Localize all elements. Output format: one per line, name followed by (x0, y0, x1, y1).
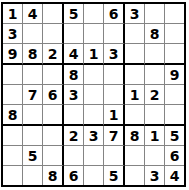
cell-r2c9[interactable] (165, 24, 184, 44)
cell-r8c1[interactable] (3, 146, 23, 166)
cell-r8c8[interactable] (145, 146, 165, 166)
cell-r6c2[interactable] (23, 105, 43, 126)
cell-r7c9: 5 (165, 126, 184, 146)
cell-r6c8[interactable] (145, 105, 165, 126)
sudoku-page: 14563389824138976312812378155686534 (0, 0, 189, 187)
cell-r7c7: 8 (125, 126, 145, 146)
cell-r6c9[interactable] (165, 105, 184, 126)
cell-r1c3[interactable] (43, 4, 64, 24)
cell-r9c8: 3 (145, 166, 165, 185)
cell-r7c8: 1 (145, 126, 165, 146)
cell-r7c4: 2 (64, 126, 84, 146)
cell-r6c3[interactable] (43, 105, 64, 126)
cell-r9c4: 6 (64, 166, 84, 185)
cell-r3c3: 2 (43, 44, 64, 65)
cell-r4c4: 8 (64, 65, 84, 85)
cell-r2c1: 3 (3, 24, 23, 44)
cell-r3c8[interactable] (145, 44, 165, 65)
cell-r6c5[interactable] (84, 105, 104, 126)
cell-r8c7[interactable] (125, 146, 145, 166)
cell-r3c1: 9 (3, 44, 23, 65)
cell-r3c7[interactable] (125, 44, 145, 65)
cell-r4c2[interactable] (23, 65, 43, 85)
cell-r9c9: 4 (165, 166, 184, 185)
cell-r1c6: 6 (104, 4, 125, 24)
cell-r4c7[interactable] (125, 65, 145, 85)
cell-r9c3: 8 (43, 166, 64, 185)
cell-r5c8: 2 (145, 85, 165, 105)
cell-r7c3[interactable] (43, 126, 64, 146)
cell-r9c6: 5 (104, 166, 125, 185)
cell-r7c6: 7 (104, 126, 125, 146)
cell-r8c3[interactable] (43, 146, 64, 166)
cell-r1c7: 3 (125, 4, 145, 24)
cell-r2c2[interactable] (23, 24, 43, 44)
cell-r2c5[interactable] (84, 24, 104, 44)
cell-r8c6[interactable] (104, 146, 125, 166)
cell-r5c5[interactable] (84, 85, 104, 105)
cell-r4c3[interactable] (43, 65, 64, 85)
cell-r5c2: 7 (23, 85, 43, 105)
cell-r1c5[interactable] (84, 4, 104, 24)
cell-r2c4[interactable] (64, 24, 84, 44)
cell-r6c7[interactable] (125, 105, 145, 126)
cell-r1c1: 1 (3, 4, 23, 24)
cell-r4c1[interactable] (3, 65, 23, 85)
cell-r6c4[interactable] (64, 105, 84, 126)
cell-r1c2: 4 (23, 4, 43, 24)
cell-r4c5[interactable] (84, 65, 104, 85)
cell-r3c5: 1 (84, 44, 104, 65)
cell-r7c5: 3 (84, 126, 104, 146)
sudoku-board: 14563389824138976312812378155686534 (1, 2, 186, 187)
cell-r2c6[interactable] (104, 24, 125, 44)
cell-r1c4: 5 (64, 4, 84, 24)
cell-r6c1: 8 (3, 105, 23, 126)
cell-r2c3[interactable] (43, 24, 64, 44)
cell-r3c2: 8 (23, 44, 43, 65)
cell-r8c5[interactable] (84, 146, 104, 166)
cell-r4c6[interactable] (104, 65, 125, 85)
cell-r5c3: 6 (43, 85, 64, 105)
cell-r2c7[interactable] (125, 24, 145, 44)
cell-r5c7: 1 (125, 85, 145, 105)
cell-r9c7[interactable] (125, 166, 145, 185)
cell-r5c4: 3 (64, 85, 84, 105)
cell-r5c9[interactable] (165, 85, 184, 105)
cell-r4c9: 9 (165, 65, 184, 85)
cell-r8c2: 5 (23, 146, 43, 166)
cell-r5c6[interactable] (104, 85, 125, 105)
cell-r4c8[interactable] (145, 65, 165, 85)
cell-r9c2[interactable] (23, 166, 43, 185)
cell-r9c1[interactable] (3, 166, 23, 185)
cell-r3c6: 3 (104, 44, 125, 65)
cell-r3c4: 4 (64, 44, 84, 65)
cell-r1c8[interactable] (145, 4, 165, 24)
cell-r8c9: 6 (165, 146, 184, 166)
cell-r6c6: 1 (104, 105, 125, 126)
cell-r2c8: 8 (145, 24, 165, 44)
cell-r8c4[interactable] (64, 146, 84, 166)
cell-r7c1[interactable] (3, 126, 23, 146)
cell-r7c2[interactable] (23, 126, 43, 146)
cell-r9c5[interactable] (84, 166, 104, 185)
cell-r5c1[interactable] (3, 85, 23, 105)
cell-r1c9[interactable] (165, 4, 184, 24)
cell-r3c9[interactable] (165, 44, 184, 65)
